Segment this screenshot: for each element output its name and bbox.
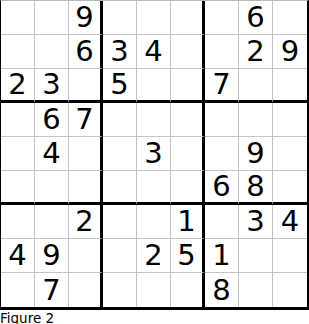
cell-r4c9 — [273, 103, 307, 137]
cell-r2c5: 4 — [137, 35, 171, 69]
cell-r4c3: 7 — [69, 103, 103, 137]
cell-r4c1 — [1, 103, 35, 137]
cell-r2c2 — [35, 35, 69, 69]
cell-r1c9 — [273, 1, 307, 35]
cell-r6c3 — [69, 171, 103, 205]
cell-r7c4 — [103, 205, 137, 239]
cell-r3c4: 5 — [103, 69, 137, 103]
cell-r8c1: 4 — [1, 239, 35, 273]
cell-r7c9: 4 — [273, 205, 307, 239]
cell-r9c7: 8 — [205, 273, 239, 307]
cell-r1c4 — [103, 1, 137, 35]
cell-r4c6 — [171, 103, 205, 137]
cell-r1c2 — [35, 1, 69, 35]
cell-r7c1 — [1, 205, 35, 239]
cell-r3c9 — [273, 69, 307, 103]
cell-r3c2: 3 — [35, 69, 69, 103]
cell-r6c6 — [171, 171, 205, 205]
cell-r4c8 — [239, 103, 273, 137]
cell-r9c5 — [137, 273, 171, 307]
cell-r6c9 — [273, 171, 307, 205]
cell-r2c9: 9 — [273, 35, 307, 69]
cell-r2c3: 6 — [69, 35, 103, 69]
cell-r3c6 — [171, 69, 205, 103]
cell-r5c6 — [171, 137, 205, 171]
cell-r3c8 — [239, 69, 273, 103]
cell-r5c8: 9 — [239, 137, 273, 171]
cell-r8c5: 2 — [137, 239, 171, 273]
cell-r7c2 — [35, 205, 69, 239]
cell-r9c2: 7 — [35, 273, 69, 307]
cell-r6c7: 6 — [205, 171, 239, 205]
cell-r2c1 — [1, 35, 35, 69]
cell-r9c8 — [239, 273, 273, 307]
cell-r5c4 — [103, 137, 137, 171]
figure-container: 96634292357674396821344925178 Figure 2 — [0, 0, 306, 324]
figure-caption: Figure 2 — [0, 311, 306, 324]
cell-r9c9 — [273, 273, 307, 307]
cell-r4c5 — [137, 103, 171, 137]
cell-r2c4: 3 — [103, 35, 137, 69]
cell-r9c3 — [69, 273, 103, 307]
cell-r8c8 — [239, 239, 273, 273]
cell-r5c2: 4 — [35, 137, 69, 171]
sudoku-board: 96634292357674396821344925178 — [0, 0, 309, 310]
cell-r6c8: 8 — [239, 171, 273, 205]
cell-r9c1 — [1, 273, 35, 307]
cell-r9c6 — [171, 273, 205, 307]
cell-r7c3: 2 — [69, 205, 103, 239]
cell-r1c6 — [171, 1, 205, 35]
cell-r5c5: 3 — [137, 137, 171, 171]
cell-r1c1 — [1, 1, 35, 35]
cell-r1c7 — [205, 1, 239, 35]
cell-r8c4 — [103, 239, 137, 273]
cell-r1c8: 6 — [239, 1, 273, 35]
cell-r3c5 — [137, 69, 171, 103]
cell-r5c1 — [1, 137, 35, 171]
cell-r4c7 — [205, 103, 239, 137]
cell-r8c2: 9 — [35, 239, 69, 273]
cell-r9c4 — [103, 273, 137, 307]
cell-r8c7: 1 — [205, 239, 239, 273]
cell-r2c8: 2 — [239, 35, 273, 69]
cell-r6c1 — [1, 171, 35, 205]
cell-r5c9 — [273, 137, 307, 171]
cell-r3c7: 7 — [205, 69, 239, 103]
cell-r4c4 — [103, 103, 137, 137]
cell-r5c7 — [205, 137, 239, 171]
cell-r7c6: 1 — [171, 205, 205, 239]
cell-r3c3 — [69, 69, 103, 103]
cell-r7c5 — [137, 205, 171, 239]
cell-r8c6: 5 — [171, 239, 205, 273]
cell-r6c2 — [35, 171, 69, 205]
cell-r2c6 — [171, 35, 205, 69]
cell-r6c4 — [103, 171, 137, 205]
cell-r4c2: 6 — [35, 103, 69, 137]
cell-r5c3 — [69, 137, 103, 171]
cell-r1c3: 9 — [69, 1, 103, 35]
cell-r1c5 — [137, 1, 171, 35]
cell-r8c3 — [69, 239, 103, 273]
cell-r3c1: 2 — [1, 69, 35, 103]
cell-r6c5 — [137, 171, 171, 205]
cell-r2c7 — [205, 35, 239, 69]
cell-r7c8: 3 — [239, 205, 273, 239]
cell-r7c7 — [205, 205, 239, 239]
cell-r8c9 — [273, 239, 307, 273]
